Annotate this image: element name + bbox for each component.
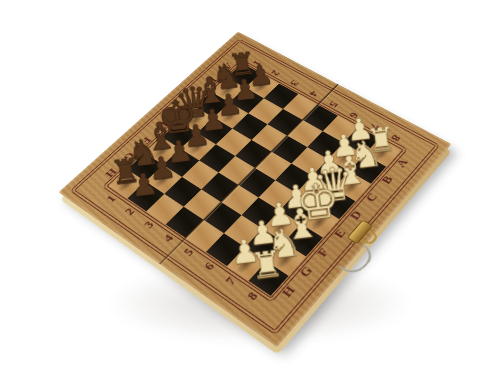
square-h5	[186, 220, 224, 252]
file-label-H-near: H	[271, 276, 306, 308]
square-d6	[275, 164, 312, 193]
square-e6	[259, 180, 296, 210]
file-label-G-near: G	[289, 256, 324, 287]
file-label-C-near: C	[355, 184, 388, 212]
square-g3	[164, 177, 201, 207]
square-h4	[166, 207, 204, 238]
product-photo: HGFEDCBA HGFEDCBA 12345678 12345678 ♜♞♝♚…	[0, 0, 500, 389]
file-label-B-near: B	[371, 167, 403, 194]
file-label-D-near: D	[339, 201, 372, 229]
file-label-A-near: A	[386, 150, 418, 176]
rank-label-3-near: 3	[132, 211, 166, 238]
file-label-F-near: F	[306, 238, 340, 268]
square-e5	[238, 168, 275, 198]
square-h3	[146, 194, 183, 225]
file-label-E-near: E	[323, 219, 357, 248]
square-f5	[221, 185, 258, 215]
square-f4	[201, 172, 238, 202]
rank-label-6-near: 6	[192, 252, 227, 281]
rank-label-5-near: 5	[171, 238, 206, 267]
square-f6	[242, 198, 280, 229]
square-g4	[184, 189, 221, 219]
rank-label-4-near: 4	[151, 224, 185, 252]
square-g5	[204, 202, 242, 233]
